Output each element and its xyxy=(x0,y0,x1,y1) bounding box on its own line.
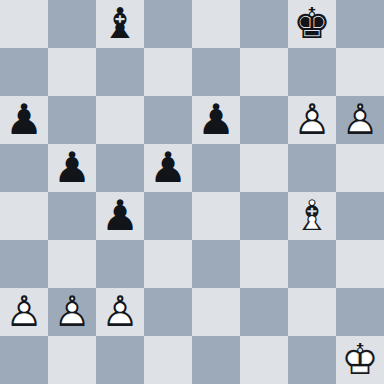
black-pawn-glyph: ♟ xyxy=(0,96,48,144)
square-h1[interactable]: ♚♔ xyxy=(336,336,384,384)
square-a2[interactable]: ♟♙ xyxy=(0,288,48,336)
black-pawn[interactable]: ♟ xyxy=(144,144,192,192)
square-f4[interactable] xyxy=(240,192,288,240)
square-e3[interactable] xyxy=(192,240,240,288)
square-g6[interactable]: ♟♙ xyxy=(288,96,336,144)
white-pawn[interactable]: ♟♙ xyxy=(288,96,336,144)
white-pawn-outline: ♙ xyxy=(96,288,144,336)
chess-board: ♝♚♟♟♟♙♟♙♟♟♟♝♗♟♙♟♙♟♙♚♔ xyxy=(0,0,384,384)
black-bishop-glyph: ♝ xyxy=(96,0,144,48)
square-b6[interactable] xyxy=(48,96,96,144)
square-f2[interactable] xyxy=(240,288,288,336)
white-pawn[interactable]: ♟♙ xyxy=(48,288,96,336)
square-a7[interactable] xyxy=(0,48,48,96)
square-b2[interactable]: ♟♙ xyxy=(48,288,96,336)
square-d5[interactable]: ♟ xyxy=(144,144,192,192)
white-pawn[interactable]: ♟♙ xyxy=(96,288,144,336)
white-pawn[interactable]: ♟♙ xyxy=(336,96,384,144)
square-h2[interactable] xyxy=(336,288,384,336)
white-bishop[interactable]: ♝♗ xyxy=(288,192,336,240)
square-a1[interactable] xyxy=(0,336,48,384)
square-d2[interactable] xyxy=(144,288,192,336)
square-c3[interactable] xyxy=(96,240,144,288)
square-c4[interactable]: ♟ xyxy=(96,192,144,240)
square-a5[interactable] xyxy=(0,144,48,192)
square-f1[interactable] xyxy=(240,336,288,384)
square-d3[interactable] xyxy=(144,240,192,288)
black-pawn[interactable]: ♟ xyxy=(0,96,48,144)
black-pawn-glyph: ♟ xyxy=(96,192,144,240)
black-pawn[interactable]: ♟ xyxy=(48,144,96,192)
white-pawn-outline: ♙ xyxy=(48,288,96,336)
square-g5[interactable] xyxy=(288,144,336,192)
square-b4[interactable] xyxy=(48,192,96,240)
white-king-outline: ♔ xyxy=(336,336,384,384)
square-c2[interactable]: ♟♙ xyxy=(96,288,144,336)
square-b1[interactable] xyxy=(48,336,96,384)
square-a4[interactable] xyxy=(0,192,48,240)
white-pawn[interactable]: ♟♙ xyxy=(0,288,48,336)
square-h6[interactable]: ♟♙ xyxy=(336,96,384,144)
square-e5[interactable] xyxy=(192,144,240,192)
square-e7[interactable] xyxy=(192,48,240,96)
white-king[interactable]: ♚♔ xyxy=(336,336,384,384)
square-a3[interactable] xyxy=(0,240,48,288)
square-f6[interactable] xyxy=(240,96,288,144)
square-f7[interactable] xyxy=(240,48,288,96)
square-h3[interactable] xyxy=(336,240,384,288)
square-h7[interactable] xyxy=(336,48,384,96)
square-e8[interactable] xyxy=(192,0,240,48)
square-e1[interactable] xyxy=(192,336,240,384)
square-b8[interactable] xyxy=(48,0,96,48)
black-pawn[interactable]: ♟ xyxy=(96,192,144,240)
black-pawn-glyph: ♟ xyxy=(48,144,96,192)
square-d4[interactable] xyxy=(144,192,192,240)
white-pawn-outline: ♙ xyxy=(336,96,384,144)
square-a6[interactable]: ♟ xyxy=(0,96,48,144)
square-d1[interactable] xyxy=(144,336,192,384)
square-d6[interactable] xyxy=(144,96,192,144)
square-c5[interactable] xyxy=(96,144,144,192)
square-e6[interactable]: ♟ xyxy=(192,96,240,144)
square-c7[interactable] xyxy=(96,48,144,96)
square-f3[interactable] xyxy=(240,240,288,288)
square-h4[interactable] xyxy=(336,192,384,240)
square-b3[interactable] xyxy=(48,240,96,288)
square-d8[interactable] xyxy=(144,0,192,48)
square-c8[interactable]: ♝ xyxy=(96,0,144,48)
square-g2[interactable] xyxy=(288,288,336,336)
square-b7[interactable] xyxy=(48,48,96,96)
black-bishop[interactable]: ♝ xyxy=(96,0,144,48)
square-e2[interactable] xyxy=(192,288,240,336)
square-g4[interactable]: ♝♗ xyxy=(288,192,336,240)
square-d7[interactable] xyxy=(144,48,192,96)
black-king[interactable]: ♚ xyxy=(288,0,336,48)
square-c6[interactable] xyxy=(96,96,144,144)
square-g8[interactable]: ♚ xyxy=(288,0,336,48)
black-pawn[interactable]: ♟ xyxy=(192,96,240,144)
square-e4[interactable] xyxy=(192,192,240,240)
black-king-glyph: ♚ xyxy=(288,0,336,48)
square-g7[interactable] xyxy=(288,48,336,96)
square-f8[interactable] xyxy=(240,0,288,48)
square-h8[interactable] xyxy=(336,0,384,48)
square-g3[interactable] xyxy=(288,240,336,288)
square-a8[interactable] xyxy=(0,0,48,48)
square-c1[interactable] xyxy=(96,336,144,384)
black-pawn-glyph: ♟ xyxy=(192,96,240,144)
white-pawn-outline: ♙ xyxy=(0,288,48,336)
square-g1[interactable] xyxy=(288,336,336,384)
black-pawn-glyph: ♟ xyxy=(144,144,192,192)
white-pawn-outline: ♙ xyxy=(288,96,336,144)
square-f5[interactable] xyxy=(240,144,288,192)
square-h5[interactable] xyxy=(336,144,384,192)
square-b5[interactable]: ♟ xyxy=(48,144,96,192)
white-bishop-outline: ♗ xyxy=(288,192,336,240)
